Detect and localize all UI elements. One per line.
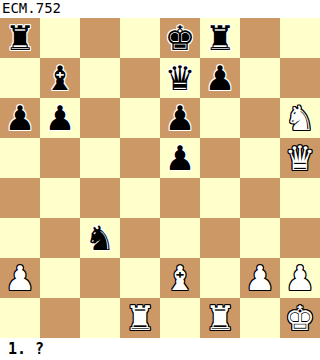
white-queen-piece: ♛ (285, 138, 315, 178)
square-b8[interactable] (40, 18, 80, 58)
black-queen-piece: ♛ (165, 58, 195, 98)
square-a8[interactable]: ♜ (0, 18, 40, 58)
square-d1[interactable]: ♜ (120, 298, 160, 338)
square-c5[interactable] (80, 138, 120, 178)
black-pawn-piece: ♟ (165, 98, 195, 138)
square-h1[interactable]: ♚ (280, 298, 320, 338)
white-rook-piece: ♜ (205, 298, 235, 338)
square-b3[interactable] (40, 218, 80, 258)
white-pawn-piece: ♟ (5, 258, 35, 298)
black-rook-piece: ♜ (205, 18, 235, 58)
square-a3[interactable] (0, 218, 40, 258)
square-g4[interactable] (240, 178, 280, 218)
black-rook-piece: ♜ (5, 18, 35, 58)
square-c6[interactable] (80, 98, 120, 138)
square-f4[interactable] (200, 178, 240, 218)
square-d2[interactable] (120, 258, 160, 298)
white-rook-piece: ♜ (125, 298, 155, 338)
square-h5[interactable]: ♛ (280, 138, 320, 178)
square-g6[interactable] (240, 98, 280, 138)
square-c4[interactable] (80, 178, 120, 218)
square-e7[interactable]: ♛ (160, 58, 200, 98)
square-c7[interactable] (80, 58, 120, 98)
move-prompt: 1. ? (0, 338, 320, 360)
square-e5[interactable]: ♟ (160, 138, 200, 178)
square-d6[interactable] (120, 98, 160, 138)
square-b6[interactable]: ♟ (40, 98, 80, 138)
square-b1[interactable] (40, 298, 80, 338)
square-b7[interactable]: ♝ (40, 58, 80, 98)
chess-board: ♜♚♜♝♛♟♟♟♟♞♟♛♞♟♝♟♟♜♜♚ (0, 18, 320, 338)
black-knight-piece: ♞ (85, 218, 115, 258)
square-a5[interactable] (0, 138, 40, 178)
black-pawn-piece: ♟ (45, 98, 75, 138)
square-c8[interactable] (80, 18, 120, 58)
black-king-piece: ♚ (165, 18, 195, 58)
square-h3[interactable] (280, 218, 320, 258)
square-h8[interactable] (280, 18, 320, 58)
square-f1[interactable]: ♜ (200, 298, 240, 338)
square-d4[interactable] (120, 178, 160, 218)
white-pawn-piece: ♟ (285, 258, 315, 298)
square-e6[interactable]: ♟ (160, 98, 200, 138)
square-d8[interactable] (120, 18, 160, 58)
square-f3[interactable] (200, 218, 240, 258)
square-e3[interactable] (160, 218, 200, 258)
square-a4[interactable] (0, 178, 40, 218)
square-f2[interactable] (200, 258, 240, 298)
square-c3[interactable]: ♞ (80, 218, 120, 258)
square-c2[interactable] (80, 258, 120, 298)
black-bishop-piece: ♝ (45, 58, 75, 98)
square-g3[interactable] (240, 218, 280, 258)
square-g8[interactable] (240, 18, 280, 58)
square-h6[interactable]: ♞ (280, 98, 320, 138)
square-e1[interactable] (160, 298, 200, 338)
square-a2[interactable]: ♟ (0, 258, 40, 298)
white-knight-piece: ♞ (285, 98, 315, 138)
square-g2[interactable]: ♟ (240, 258, 280, 298)
square-b2[interactable] (40, 258, 80, 298)
square-b4[interactable] (40, 178, 80, 218)
square-g5[interactable] (240, 138, 280, 178)
white-pawn-piece: ♟ (245, 258, 275, 298)
square-g1[interactable] (240, 298, 280, 338)
square-h7[interactable] (280, 58, 320, 98)
square-d7[interactable] (120, 58, 160, 98)
square-f8[interactable]: ♜ (200, 18, 240, 58)
white-king-piece: ♚ (285, 298, 315, 338)
square-f7[interactable]: ♟ (200, 58, 240, 98)
square-h4[interactable] (280, 178, 320, 218)
black-pawn-piece: ♟ (165, 138, 195, 178)
black-pawn-piece: ♟ (205, 58, 235, 98)
square-f6[interactable] (200, 98, 240, 138)
square-g7[interactable] (240, 58, 280, 98)
square-a7[interactable] (0, 58, 40, 98)
white-bishop-piece: ♝ (165, 258, 195, 298)
square-e4[interactable] (160, 178, 200, 218)
square-d5[interactable] (120, 138, 160, 178)
square-b5[interactable] (40, 138, 80, 178)
square-a1[interactable] (0, 298, 40, 338)
square-d3[interactable] (120, 218, 160, 258)
square-h2[interactable]: ♟ (280, 258, 320, 298)
position-id-label: ECM.752 (0, 0, 320, 18)
chess-app-window: ECM.752 ♜♚♜♝♛♟♟♟♟♞♟♛♞♟♝♟♟♜♜♚ 1. ? (0, 0, 320, 360)
square-f5[interactable] (200, 138, 240, 178)
square-e2[interactable]: ♝ (160, 258, 200, 298)
square-c1[interactable] (80, 298, 120, 338)
square-a6[interactable]: ♟ (0, 98, 40, 138)
black-pawn-piece: ♟ (5, 98, 35, 138)
square-e8[interactable]: ♚ (160, 18, 200, 58)
